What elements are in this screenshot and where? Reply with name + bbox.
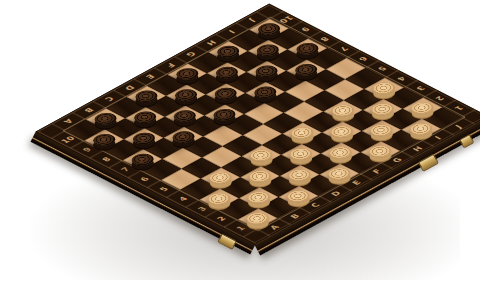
brass-clasp bbox=[459, 134, 474, 149]
product-photo-stage: AABBCCDDEEFFGGHHIIJJ10109988776655443322… bbox=[0, 0, 480, 296]
